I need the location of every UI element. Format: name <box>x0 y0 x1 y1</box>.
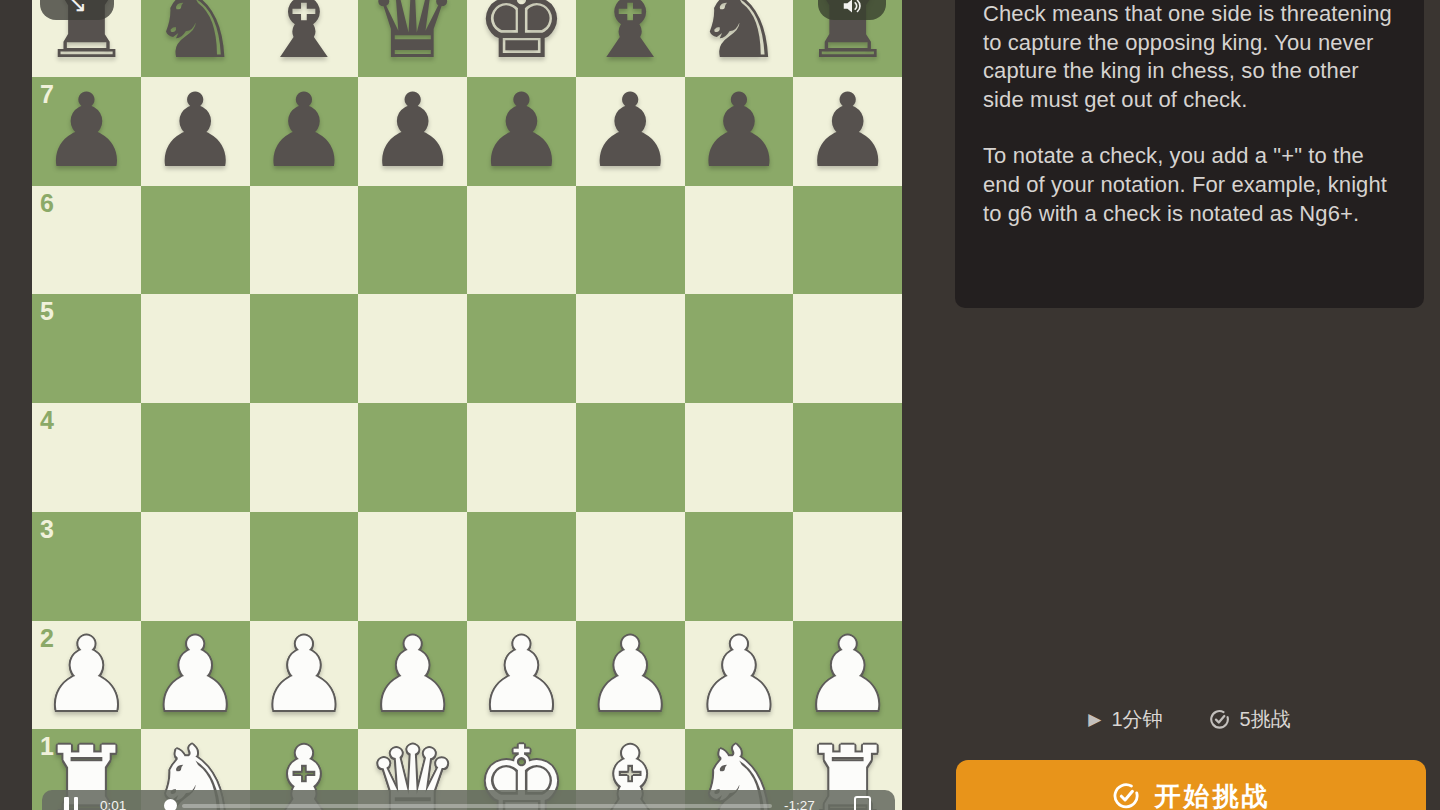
square-f2[interactable]: ♟ <box>576 621 685 730</box>
white-pawn-a2[interactable]: ♟ <box>41 621 132 729</box>
black-pawn-a7[interactable]: ♟ <box>41 77 132 185</box>
black-pawn-f7[interactable]: ♟ <box>584 77 675 185</box>
square-e4[interactable] <box>467 403 576 512</box>
video-control-bar: 0:01 -1:27 <box>42 790 895 810</box>
square-h7[interactable]: ♟ <box>793 77 902 186</box>
white-pawn-c2[interactable]: ♟ <box>258 621 349 729</box>
square-e5[interactable] <box>467 294 576 403</box>
square-e6[interactable] <box>467 186 576 295</box>
black-pawn-e7[interactable]: ♟ <box>476 77 567 185</box>
challenge-meta-row: ▶ 1分钟 5挑战 <box>955 706 1424 733</box>
square-d6[interactable] <box>358 186 467 295</box>
black-queen-d8[interactable]: ♛ <box>367 0 458 76</box>
square-b3[interactable] <box>141 512 250 621</box>
white-pawn-b2[interactable]: ♟ <box>149 621 240 729</box>
play-icon: ▶ <box>1088 711 1101 728</box>
square-f5[interactable] <box>576 294 685 403</box>
pause-bar-icon <box>64 797 69 810</box>
duration-label: 1分钟 <box>1111 706 1162 733</box>
white-pawn-h2[interactable]: ♟ <box>802 621 893 729</box>
white-pawn-e2[interactable]: ♟ <box>476 621 567 729</box>
square-h4[interactable] <box>793 403 902 512</box>
square-e3[interactable] <box>467 512 576 621</box>
square-h6[interactable] <box>793 186 902 295</box>
square-c5[interactable] <box>250 294 359 403</box>
square-h3[interactable] <box>793 512 902 621</box>
square-e2[interactable]: ♟ <box>467 621 576 730</box>
lesson-text-card: Check means that one side is threatening… <box>955 0 1424 308</box>
square-b4[interactable] <box>141 403 250 512</box>
square-g5[interactable] <box>685 294 794 403</box>
rank-label-5: 5 <box>40 299 54 324</box>
square-d3[interactable] <box>358 512 467 621</box>
square-a2[interactable]: 2♟ <box>32 621 141 730</box>
video-player-area: ♜♞♝♛♚♝♞♜7♟♟♟♟♟♟♟♟65432♟♟♟♟♟♟♟♟1♜♞♝♛♚♝♞♜ … <box>32 0 902 810</box>
square-a5[interactable]: 5 <box>32 294 141 403</box>
square-c8[interactable]: ♝ <box>250 0 359 77</box>
square-d8[interactable]: ♛ <box>358 0 467 77</box>
check-circle-icon <box>1112 782 1140 810</box>
pause-button[interactable] <box>64 797 84 810</box>
square-a7[interactable]: 7♟ <box>32 77 141 186</box>
square-a3[interactable]: 3 <box>32 512 141 621</box>
square-h2[interactable]: ♟ <box>793 621 902 730</box>
lesson-paragraph-1: Check means that one side is threatening… <box>983 0 1396 114</box>
rank-label-6: 6 <box>40 191 54 216</box>
duration-meta: ▶ 1分钟 <box>1088 706 1162 733</box>
black-pawn-c7[interactable]: ♟ <box>258 77 349 185</box>
square-g6[interactable] <box>685 186 794 295</box>
start-challenge-button[interactable]: 开始挑战 <box>956 760 1426 810</box>
collapse-video-button[interactable]: ↘ <box>40 0 114 20</box>
square-d4[interactable] <box>358 403 467 512</box>
black-pawn-h7[interactable]: ♟ <box>802 77 893 185</box>
square-c2[interactable]: ♟ <box>250 621 359 730</box>
diagonal-arrow-icon: ↘ <box>67 0 87 16</box>
square-d7[interactable]: ♟ <box>358 77 467 186</box>
square-d5[interactable] <box>358 294 467 403</box>
seek-track[interactable] <box>182 804 772 808</box>
seek-knob[interactable] <box>164 799 177 810</box>
rank-label-3: 3 <box>40 517 54 542</box>
black-pawn-g7[interactable]: ♟ <box>693 77 784 185</box>
square-c3[interactable] <box>250 512 359 621</box>
square-b2[interactable]: ♟ <box>141 621 250 730</box>
square-e8[interactable]: ♚ <box>467 0 576 77</box>
square-b6[interactable] <box>141 186 250 295</box>
black-bishop-f8[interactable]: ♝ <box>584 0 675 76</box>
square-a4[interactable]: 4 <box>32 403 141 512</box>
square-f8[interactable]: ♝ <box>576 0 685 77</box>
white-pawn-g2[interactable]: ♟ <box>693 621 784 729</box>
elapsed-time: 0:01 <box>100 798 126 810</box>
chess-board: ♜♞♝♛♚♝♞♜7♟♟♟♟♟♟♟♟65432♟♟♟♟♟♟♟♟1♜♞♝♛♚♝♞♜ <box>32 0 902 810</box>
speaker-icon <box>841 0 863 17</box>
square-g2[interactable]: ♟ <box>685 621 794 730</box>
square-c7[interactable]: ♟ <box>250 77 359 186</box>
lesson-paragraph-2: To notate a check, you add a "+" to the … <box>983 142 1396 228</box>
square-b7[interactable]: ♟ <box>141 77 250 186</box>
black-knight-b8[interactable]: ♞ <box>149 0 240 76</box>
square-f7[interactable]: ♟ <box>576 77 685 186</box>
square-a6[interactable]: 6 <box>32 186 141 295</box>
pause-bar-icon <box>74 797 79 810</box>
black-bishop-c8[interactable]: ♝ <box>258 0 349 76</box>
fullscreen-button[interactable] <box>854 796 871 810</box>
challenges-meta: 5挑战 <box>1209 706 1291 733</box>
square-g8[interactable]: ♞ <box>685 0 794 77</box>
black-pawn-d7[interactable]: ♟ <box>367 77 458 185</box>
square-g7[interactable]: ♟ <box>685 77 794 186</box>
left-edge-strip <box>0 0 32 810</box>
square-c6[interactable] <box>250 186 359 295</box>
square-c4[interactable] <box>250 403 359 512</box>
volume-button[interactable] <box>818 0 886 20</box>
check-circle-icon <box>1209 709 1230 730</box>
start-challenge-label: 开始挑战 <box>1155 779 1271 810</box>
square-f4[interactable] <box>576 403 685 512</box>
square-e7[interactable]: ♟ <box>467 77 576 186</box>
square-f3[interactable] <box>576 512 685 621</box>
square-g4[interactable] <box>685 403 794 512</box>
square-b5[interactable] <box>141 294 250 403</box>
challenges-label: 5挑战 <box>1240 706 1291 733</box>
black-knight-g8[interactable]: ♞ <box>693 0 784 76</box>
square-h5[interactable] <box>793 294 902 403</box>
square-b8[interactable]: ♞ <box>141 0 250 77</box>
rank-label-4: 4 <box>40 408 54 433</box>
black-pawn-b7[interactable]: ♟ <box>149 77 240 185</box>
black-king-e8[interactable]: ♚ <box>476 0 567 76</box>
square-d2[interactable]: ♟ <box>358 621 467 730</box>
square-g3[interactable] <box>685 512 794 621</box>
white-pawn-f2[interactable]: ♟ <box>584 621 675 729</box>
square-f6[interactable] <box>576 186 685 295</box>
remaining-time: -1:27 <box>784 798 815 810</box>
white-pawn-d2[interactable]: ♟ <box>367 621 458 729</box>
